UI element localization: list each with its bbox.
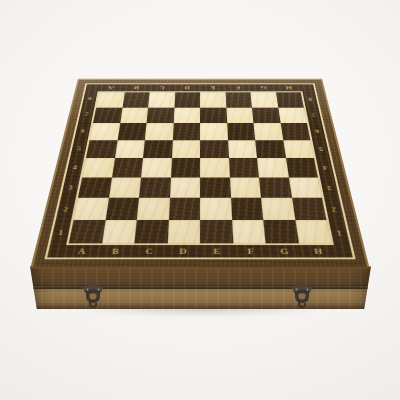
- square-e5[interactable]: [200, 140, 229, 158]
- coordinate-label: C: [132, 245, 167, 257]
- square-b3[interactable]: [109, 177, 142, 198]
- square-h2[interactable]: [291, 198, 326, 220]
- square-b6[interactable]: [117, 123, 146, 140]
- square-d4[interactable]: [171, 158, 200, 177]
- square-a3[interactable]: [78, 177, 112, 198]
- square-d8[interactable]: [174, 92, 200, 107]
- square-f5[interactable]: [228, 140, 257, 158]
- square-f3[interactable]: [229, 177, 261, 198]
- square-h4[interactable]: [286, 158, 318, 177]
- square-b4[interactable]: [112, 158, 143, 177]
- square-c5[interactable]: [143, 140, 172, 158]
- square-b5[interactable]: [115, 140, 145, 158]
- square-c7[interactable]: [147, 107, 175, 123]
- square-a7[interactable]: [93, 107, 122, 123]
- square-e6[interactable]: [200, 123, 228, 140]
- square-a4[interactable]: [82, 158, 114, 177]
- coordinate-label: F: [225, 84, 251, 91]
- square-g7[interactable]: [252, 107, 280, 123]
- chess-box-photo: ABCDEFGH ABCDEFGH 87654321 87654321: [0, 0, 400, 400]
- square-a6[interactable]: [90, 123, 120, 140]
- coordinate-label: G: [267, 245, 302, 257]
- coordinate-label: C: [149, 84, 175, 91]
- square-e1[interactable]: [200, 220, 233, 244]
- files-labels-bottom: ABCDEFGH: [64, 245, 337, 257]
- square-e3[interactable]: [200, 177, 230, 198]
- square-h5[interactable]: [283, 140, 314, 158]
- square-f7[interactable]: [226, 107, 254, 123]
- square-b1[interactable]: [102, 220, 137, 244]
- square-c3[interactable]: [139, 177, 171, 198]
- coordinate-label: E: [200, 84, 226, 91]
- square-c6[interactable]: [145, 123, 173, 140]
- square-g3[interactable]: [259, 177, 292, 198]
- coordinate-label: B: [98, 245, 133, 257]
- square-a5[interactable]: [86, 140, 117, 158]
- square-g1[interactable]: [263, 220, 298, 244]
- square-c4[interactable]: [141, 158, 171, 177]
- square-f4[interactable]: [229, 158, 259, 177]
- left-latch-icon: [80, 283, 106, 308]
- square-c2[interactable]: [137, 198, 170, 220]
- square-g6[interactable]: [253, 123, 282, 140]
- square-d2[interactable]: [168, 198, 200, 220]
- square-f2[interactable]: [230, 198, 263, 220]
- square-g2[interactable]: [261, 198, 295, 220]
- coordinate-label: F: [233, 245, 268, 257]
- square-e8[interactable]: [200, 92, 226, 107]
- square-b8[interactable]: [122, 92, 149, 107]
- square-h8[interactable]: [276, 92, 304, 107]
- square-a2[interactable]: [74, 198, 109, 220]
- square-a1[interactable]: [69, 220, 105, 244]
- board-squares: [69, 92, 331, 243]
- square-c8[interactable]: [148, 92, 175, 107]
- coordinate-label: A: [64, 245, 100, 257]
- right-latch-icon: [289, 283, 315, 308]
- box-front-face: [30, 266, 371, 309]
- square-h6[interactable]: [280, 123, 310, 140]
- square-f6[interactable]: [227, 123, 255, 140]
- square-g8[interactable]: [250, 92, 277, 107]
- square-e2[interactable]: [200, 198, 232, 220]
- square-d6[interactable]: [172, 123, 200, 140]
- square-d7[interactable]: [173, 107, 200, 123]
- square-f1[interactable]: [232, 220, 266, 244]
- square-d5[interactable]: [172, 140, 201, 158]
- square-g4[interactable]: [257, 158, 288, 177]
- square-h7[interactable]: [278, 107, 307, 123]
- coordinate-label: H: [276, 84, 303, 91]
- coordinate-label: D: [166, 245, 200, 257]
- coordinate-label: E: [200, 245, 234, 257]
- square-d3[interactable]: [170, 177, 200, 198]
- coordinate-label: B: [123, 84, 149, 91]
- square-b2[interactable]: [105, 198, 139, 220]
- coordinate-label: G: [250, 84, 276, 91]
- square-f8[interactable]: [225, 92, 252, 107]
- files-labels-top: ABCDEFGH: [98, 84, 303, 91]
- square-d1[interactable]: [167, 220, 200, 244]
- square-g5[interactable]: [255, 140, 285, 158]
- square-e4[interactable]: [200, 158, 229, 177]
- square-e7[interactable]: [200, 107, 227, 123]
- square-h3[interactable]: [288, 177, 322, 198]
- chessboard: [66, 91, 334, 245]
- square-b7[interactable]: [120, 107, 148, 123]
- coordinate-label: D: [174, 84, 200, 91]
- board-lid: ABCDEFGH ABCDEFGH 87654321 87654321: [30, 79, 369, 269]
- square-a8[interactable]: [96, 92, 124, 107]
- coordinate-label: A: [98, 84, 125, 91]
- square-h1[interactable]: [295, 220, 331, 244]
- coordinate-label: H: [300, 245, 336, 257]
- square-c1[interactable]: [134, 220, 168, 244]
